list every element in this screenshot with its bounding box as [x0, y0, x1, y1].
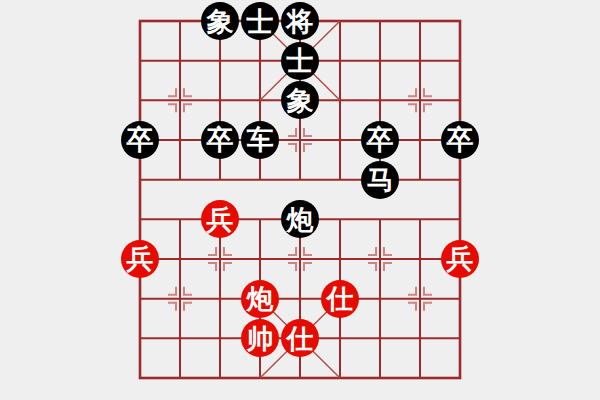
black-horse-piece[interactable]: 马	[361, 161, 399, 199]
red-advisor-piece[interactable]: 仕	[321, 280, 359, 318]
red-advisor-piece[interactable]: 仕	[281, 319, 319, 357]
black-general-piece[interactable]: 将	[281, 2, 319, 40]
black-soldier-piece[interactable]: 卒	[201, 121, 239, 159]
red-general-piece[interactable]: 帅	[241, 319, 279, 357]
red-soldier-piece[interactable]: 兵	[441, 240, 479, 278]
black-cannon-piece[interactable]: 炮	[281, 200, 319, 238]
red-soldier-piece[interactable]: 兵	[201, 200, 239, 238]
black-elephant-piece[interactable]: 象	[281, 81, 319, 119]
black-advisor-piece[interactable]: 士	[241, 2, 279, 40]
red-soldier-piece[interactable]: 兵	[121, 240, 159, 278]
xiangqi-board: 象士将士象卒卒车卒卒马炮兵兵兵炮仕帅仕	[120, 1, 480, 398]
black-soldier-piece[interactable]: 卒	[121, 121, 159, 159]
black-soldier-piece[interactable]: 卒	[441, 121, 479, 159]
red-cannon-piece[interactable]: 炮	[241, 280, 279, 318]
black-chariot-piece[interactable]: 车	[241, 121, 279, 159]
black-elephant-piece[interactable]: 象	[201, 2, 239, 40]
xiangqi-screenshot: 象士将士象卒卒车卒卒马炮兵兵兵炮仕帅仕	[0, 0, 600, 400]
black-advisor-piece[interactable]: 士	[281, 42, 319, 80]
black-soldier-piece[interactable]: 卒	[361, 121, 399, 159]
